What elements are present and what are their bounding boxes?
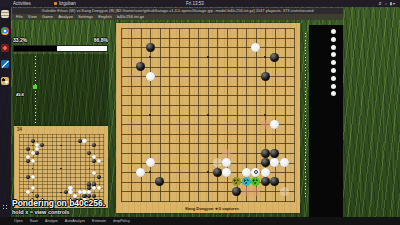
white-stone xyxy=(82,139,86,143)
toolbar-button[interactable]: Save xyxy=(30,219,38,223)
variation-sub-board[interactable]: 34 xyxy=(14,126,108,208)
black-player-name: Kang Dongyun xyxy=(185,206,213,211)
black-stone xyxy=(26,159,30,163)
white-stone xyxy=(280,158,289,167)
white-stone xyxy=(251,43,260,52)
star-point xyxy=(207,56,209,58)
white-stone xyxy=(222,158,231,167)
toolbar-button[interactable]: Open xyxy=(14,219,23,223)
candidate-move[interactable] xyxy=(251,177,260,186)
activities-button[interactable]: Activities xyxy=(13,0,31,7)
black-stone xyxy=(40,143,44,147)
current-winrate-value: 49.8 xyxy=(16,92,24,97)
chrome-icon[interactable] xyxy=(1,27,9,35)
black-stone xyxy=(261,158,270,167)
grid-line xyxy=(66,134,67,206)
black-stone xyxy=(261,72,270,81)
window-title: Guledile Erkan (W) vs Kang Dongyun (B) [… xyxy=(42,8,314,13)
grid-line xyxy=(80,134,81,206)
panel-white-stone xyxy=(331,60,336,65)
menu-item[interactable]: Analyze xyxy=(58,14,73,19)
white-stone xyxy=(92,171,96,175)
panel-white-stone xyxy=(331,76,336,81)
menu-item[interactable]: File xyxy=(16,14,23,19)
panel-white-stone xyxy=(331,84,336,89)
white-stone xyxy=(146,72,155,81)
black-stone xyxy=(87,151,91,155)
black-stone xyxy=(261,149,270,158)
system-tray-icons[interactable]: ⇵ ♪ ▮▾ xyxy=(378,0,396,7)
candidate-move[interactable] xyxy=(222,149,231,158)
candidate-move[interactable] xyxy=(242,187,251,196)
candidate-move[interactable] xyxy=(251,187,260,196)
black-stone xyxy=(270,149,279,158)
black-stone xyxy=(270,177,279,186)
candidate-move[interactable] xyxy=(261,120,270,129)
white-stone xyxy=(68,190,72,194)
winrate-graph[interactable]: 49.8 xyxy=(13,54,109,126)
app-name-label: lizgoban xyxy=(59,1,76,6)
files-icon[interactable] xyxy=(1,10,9,18)
white-stone xyxy=(26,190,30,194)
white-stone xyxy=(92,186,96,190)
white-stone xyxy=(97,186,101,190)
panel-white-stone xyxy=(331,68,336,73)
winrate-bar xyxy=(13,45,108,52)
black-stone xyxy=(261,177,270,186)
menu-item[interactable]: Game xyxy=(42,14,53,19)
black-stone xyxy=(78,139,82,143)
move-number-label: 34 xyxy=(17,127,22,132)
panel-white-stone xyxy=(331,91,336,96)
grid-line xyxy=(121,134,295,135)
winrate-bar-black-segment xyxy=(14,46,57,51)
black-stone xyxy=(97,175,101,179)
panel-white-stone xyxy=(331,52,336,57)
white-stone xyxy=(136,168,145,177)
menu-item[interactable]: English xyxy=(98,14,112,19)
candidate-move[interactable] xyxy=(213,158,222,167)
black-captures-label: 0 captures xyxy=(219,206,239,211)
grid-line xyxy=(121,143,295,144)
white-stone xyxy=(31,159,35,163)
grid-line xyxy=(19,181,105,182)
grid-line xyxy=(285,28,286,202)
black-stone xyxy=(35,151,39,155)
lizgoban-app-icon[interactable] xyxy=(1,77,9,85)
star-point xyxy=(149,114,151,116)
panel-white-stone xyxy=(331,29,336,34)
white-stone xyxy=(78,190,82,194)
white-stone xyxy=(270,120,279,129)
black-stone xyxy=(146,43,155,52)
grid-line xyxy=(99,134,100,206)
white-stone xyxy=(31,151,35,155)
black-stone xyxy=(92,143,96,147)
grid-line xyxy=(237,28,238,202)
black-stone xyxy=(213,168,222,177)
black-stone xyxy=(26,175,30,179)
panel-white-stone xyxy=(331,37,336,42)
black-stone xyxy=(26,147,30,151)
star-point xyxy=(60,192,61,193)
current-winrate-dot xyxy=(33,85,37,89)
menu-item[interactable]: Settings xyxy=(78,14,93,19)
desktop: Activities lizgoban Fri 13:53 ⇵ ♪ ▮▾ Gul… xyxy=(0,0,400,225)
board-edge-dotted-line xyxy=(305,33,306,198)
menu-item[interactable]: View xyxy=(28,14,37,19)
code-editor-icon[interactable] xyxy=(1,60,9,68)
star-point xyxy=(207,171,209,173)
white-stone xyxy=(97,159,101,163)
black-player-label: Kang Dongyun ● 0 captures xyxy=(150,205,274,211)
clock-label[interactable]: Fri 13:53 xyxy=(186,0,204,7)
black-stone xyxy=(92,159,96,163)
star-point xyxy=(60,145,61,146)
main-go-board[interactable]: Kang Dongyun ● 0 captures xyxy=(116,23,300,213)
white-stone xyxy=(261,168,270,177)
white-winrate-label: 66.8% xyxy=(94,37,108,43)
white-stone xyxy=(87,190,91,194)
bottom-toolbar: OpenSaveAnalyzeAutoAnalyzeEstimatedropPo… xyxy=(0,217,400,225)
dock xyxy=(0,7,11,225)
black-stone xyxy=(31,139,35,143)
menu-bar: FileViewGameAnalyzeSettingsEnglishb40c25… xyxy=(12,14,343,20)
candidate-move[interactable] xyxy=(232,177,241,186)
controls-hint-text: hold x = view controls xyxy=(12,209,70,215)
grid-line xyxy=(121,201,295,202)
grid-line xyxy=(121,191,295,192)
white-stone xyxy=(31,175,35,179)
toolbar-button[interactable]: AutoAnalyze xyxy=(65,219,85,223)
winrate-labels: 33.2% 66.8% xyxy=(13,37,108,43)
show-applications-icon[interactable] xyxy=(1,203,9,211)
white-stone xyxy=(35,147,39,151)
star-point xyxy=(89,145,90,146)
app-icon xyxy=(54,2,57,5)
black-stone xyxy=(155,177,164,186)
media-player-icon[interactable] xyxy=(1,44,9,52)
menu-item[interactable]: b40c256.txt.gz xyxy=(117,14,144,19)
star-point xyxy=(207,114,209,116)
black-stone-icon: ● xyxy=(215,205,218,211)
white-stone xyxy=(31,186,35,190)
candidate-move[interactable] xyxy=(280,187,289,196)
toolbar-button[interactable]: Analyze xyxy=(45,219,58,223)
grid-line xyxy=(103,134,104,206)
focused-app-indicator[interactable]: lizgoban xyxy=(54,0,76,7)
black-winrate-label: 33.2% xyxy=(13,37,27,43)
white-stone xyxy=(92,155,96,159)
candidate-move[interactable] xyxy=(242,177,251,186)
toolbar-button[interactable]: dropPolicy xyxy=(113,219,130,223)
grid-line xyxy=(70,134,71,206)
black-stone xyxy=(232,187,241,196)
white-stone xyxy=(26,155,30,159)
current-move-marker-line xyxy=(35,56,36,124)
white-stone xyxy=(242,168,251,177)
panel-white-stone xyxy=(331,45,336,50)
toolbar-button[interactable]: Estimate xyxy=(92,219,106,223)
right-side-panel xyxy=(309,25,343,217)
black-stone xyxy=(64,190,68,194)
white-stone xyxy=(270,158,279,167)
black-stone xyxy=(270,53,279,62)
pondering-status-text: Pondering on b40c256. xyxy=(12,198,105,208)
system-top-bar: Activities lizgoban Fri 13:53 ⇵ ♪ ▮▾ xyxy=(0,0,400,7)
black-stone xyxy=(136,62,145,71)
white-stone xyxy=(222,168,231,177)
grid-line xyxy=(294,28,295,202)
white-stone xyxy=(146,158,155,167)
